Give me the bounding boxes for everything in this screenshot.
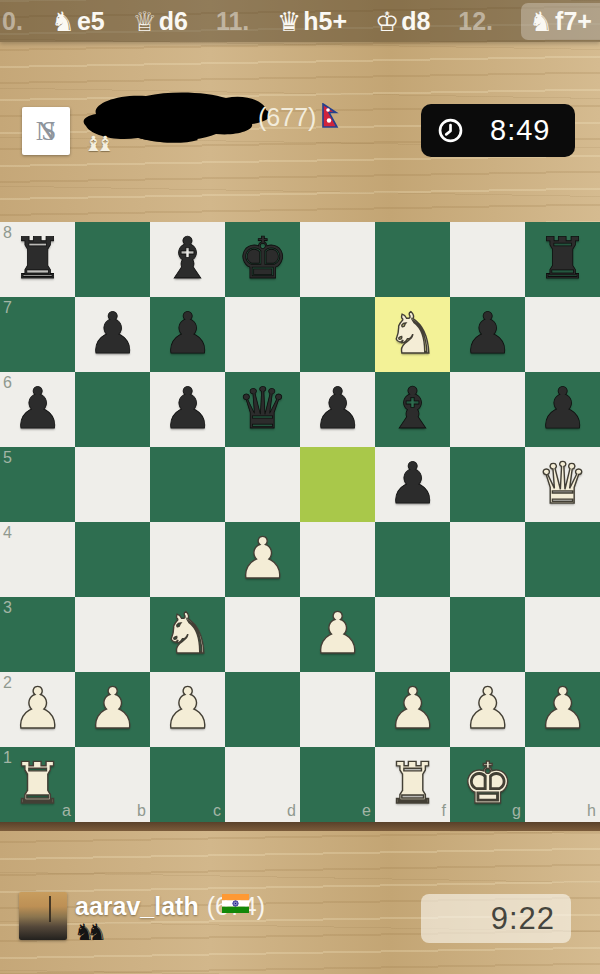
file-label-c: c [213, 803, 221, 819]
square-c3[interactable]: ♞ [150, 597, 225, 672]
white-rook-piece: ♜ [0, 747, 75, 822]
square-g2[interactable]: ♟ [450, 672, 525, 747]
square-h1[interactable]: h [525, 747, 600, 822]
clock-icon [437, 117, 464, 144]
player-clock: 9:22 [421, 894, 571, 943]
india-flag-icon [222, 894, 249, 913]
square-d5[interactable] [225, 447, 300, 522]
file-label-b: b [137, 803, 146, 819]
black-pawn-piece: ♟ [0, 372, 75, 447]
move-text: d6 [159, 7, 188, 36]
rank-label-5: 5 [3, 450, 12, 466]
square-b3[interactable] [75, 597, 150, 672]
square-g7[interactable]: ♟ [450, 297, 525, 372]
square-f6[interactable]: ♝ [375, 372, 450, 447]
square-h5[interactable]: ♛ [525, 447, 600, 522]
white-rook-piece: ♜ [375, 747, 450, 822]
knight-solid-icon: ♞ [529, 8, 553, 35]
opponent-avatar[interactable]: NS [22, 107, 70, 155]
move-entry-d8[interactable]: ♔d8 [375, 7, 430, 36]
square-f4[interactable] [375, 522, 450, 597]
square-h6[interactable]: ♟ [525, 372, 600, 447]
white-pawn-piece: ♟ [225, 522, 300, 597]
square-e3[interactable]: ♟ [300, 597, 375, 672]
black-pawn-piece: ♟ [375, 447, 450, 522]
white-pawn-piece: ♟ [75, 672, 150, 747]
square-h8[interactable]: ♜ [525, 222, 600, 297]
square-h2[interactable]: ♟ [525, 672, 600, 747]
square-g8[interactable] [450, 222, 525, 297]
player-avatar[interactable] [19, 892, 67, 940]
board-bottom-edge [0, 822, 600, 831]
white-pawn-piece: ♟ [150, 672, 225, 747]
white-knight-piece: ♞ [375, 297, 450, 372]
move-text: d8 [401, 7, 430, 36]
square-d8[interactable]: ♚ [225, 222, 300, 297]
square-g5[interactable] [450, 447, 525, 522]
square-d6[interactable]: ♛ [225, 372, 300, 447]
file-label-d: d [287, 803, 296, 819]
square-d3[interactable] [225, 597, 300, 672]
black-pawn-piece: ♟ [150, 372, 225, 447]
square-b4[interactable] [75, 522, 150, 597]
black-pawn-piece: ♟ [75, 297, 150, 372]
black-bishop-piece: ♝ [375, 372, 450, 447]
white-pawn-piece: ♟ [525, 672, 600, 747]
square-c4[interactable] [150, 522, 225, 597]
square-d7[interactable] [225, 297, 300, 372]
square-a8[interactable]: 8♜ [0, 222, 75, 297]
rank-label-3: 3 [3, 600, 12, 616]
black-pawn-piece: ♟ [525, 372, 600, 447]
white-queen-piece: ♛ [525, 447, 600, 522]
black-king-piece: ♚ [225, 222, 300, 297]
file-label-e: e [362, 803, 371, 819]
move-entry-h5+[interactable]: ♛h5+ [277, 7, 347, 36]
black-rook-piece: ♜ [525, 222, 600, 297]
move-number: 11. [216, 7, 249, 36]
square-f2[interactable]: ♟ [375, 672, 450, 747]
opponent-clock-time: 8:49 [490, 114, 550, 147]
square-g4[interactable] [450, 522, 525, 597]
player-clock-time: 9:22 [491, 901, 555, 937]
move-list-bar: 0.♞e5♕d611.♛h5+♔d812.♞f7+ [0, 0, 600, 42]
square-e5[interactable] [300, 447, 375, 522]
square-b8[interactable] [75, 222, 150, 297]
move-number: 0. [2, 7, 23, 36]
opponent-clock: 8:49 [421, 104, 575, 157]
rank-label-4: 4 [3, 525, 12, 541]
square-a2[interactable]: 2♟ [0, 672, 75, 747]
square-f5[interactable]: ♟ [375, 447, 450, 522]
white-pawn-piece: ♟ [0, 672, 75, 747]
square-c2[interactable]: ♟ [150, 672, 225, 747]
square-d1[interactable]: d [225, 747, 300, 822]
square-c6[interactable]: ♟ [150, 372, 225, 447]
move-entry-d6[interactable]: ♕d6 [133, 7, 188, 36]
square-c1[interactable]: c [150, 747, 225, 822]
square-c5[interactable] [150, 447, 225, 522]
white-pawn-piece: ♟ [450, 672, 525, 747]
square-a1[interactable]: 1a♜ [0, 747, 75, 822]
square-g1[interactable]: g♚ [450, 747, 525, 822]
player-name: aarav_lath [75, 892, 199, 921]
square-a6[interactable]: 6♟ [0, 372, 75, 447]
move-entry-f7+[interactable]: ♞f7+ [521, 3, 600, 40]
black-rook-piece: ♜ [0, 222, 75, 297]
square-f7[interactable]: ♞ [375, 297, 450, 372]
square-h3[interactable] [525, 597, 600, 672]
square-a3[interactable]: 3 [0, 597, 75, 672]
black-pawn-piece: ♟ [150, 297, 225, 372]
square-b6[interactable] [75, 372, 150, 447]
square-f3[interactable] [375, 597, 450, 672]
square-e2[interactable] [300, 672, 375, 747]
square-f1[interactable]: f♜ [375, 747, 450, 822]
white-pawn-piece: ♟ [375, 672, 450, 747]
move-text: h5+ [303, 7, 347, 36]
square-f8[interactable] [375, 222, 450, 297]
captured-white-pieces: ♝♝ [84, 134, 108, 155]
square-h4[interactable] [525, 522, 600, 597]
king-outline-icon: ♔ [375, 8, 399, 35]
queen-outline-icon: ♕ [133, 8, 157, 35]
black-pawn-piece: ♟ [450, 297, 525, 372]
square-a7[interactable]: 7 [0, 297, 75, 372]
black-pawn-piece: ♟ [300, 372, 375, 447]
white-king-piece: ♚ [450, 747, 525, 822]
square-b5[interactable] [75, 447, 150, 522]
avatar-monogram: NS [36, 116, 57, 147]
white-pawn-piece: ♟ [300, 597, 375, 672]
square-e4[interactable] [300, 522, 375, 597]
black-queen-piece: ♛ [225, 372, 300, 447]
square-e8[interactable] [300, 222, 375, 297]
square-c8[interactable]: ♝ [150, 222, 225, 297]
square-b7[interactable]: ♟ [75, 297, 150, 372]
square-c7[interactable]: ♟ [150, 297, 225, 372]
rank-label-7: 7 [3, 300, 12, 316]
square-g6[interactable] [450, 372, 525, 447]
square-e6[interactable]: ♟ [300, 372, 375, 447]
knight-solid-icon: ♞ [51, 8, 75, 35]
square-b1[interactable]: b [75, 747, 150, 822]
captured-black-pieces: ♞♞ [74, 921, 99, 944]
file-label-h: h [587, 803, 596, 819]
chess-board: 8♜♝♚♜7♟♟♞♟6♟♟♛♟♝♟5♟♛4♟3♞♟2♟♟♟♟♟♟1a♜bcdef… [0, 222, 600, 822]
square-a4[interactable]: 4 [0, 522, 75, 597]
move-entry-e5[interactable]: ♞e5 [51, 7, 105, 36]
square-e7[interactable] [300, 297, 375, 372]
square-d2[interactable] [225, 672, 300, 747]
nepal-flag-icon [321, 103, 340, 130]
chess-app-screen: 0.♞e5♕d611.♛h5+♔d812.♞f7+ NS (677) ♝♝ 8:… [0, 0, 600, 974]
square-a5[interactable]: 5 [0, 447, 75, 522]
opponent-rating: (677) [258, 103, 316, 132]
square-b2[interactable]: ♟ [75, 672, 150, 747]
move-text: f7+ [555, 7, 592, 36]
move-number: 12. [458, 7, 493, 36]
white-knight-piece: ♞ [150, 597, 225, 672]
move-text: e5 [77, 7, 105, 36]
black-bishop-piece: ♝ [150, 222, 225, 297]
square-e1[interactable]: e [300, 747, 375, 822]
square-d4[interactable]: ♟ [225, 522, 300, 597]
queen-solid-icon: ♛ [277, 8, 301, 35]
square-h7[interactable] [525, 297, 600, 372]
square-g3[interactable] [450, 597, 525, 672]
